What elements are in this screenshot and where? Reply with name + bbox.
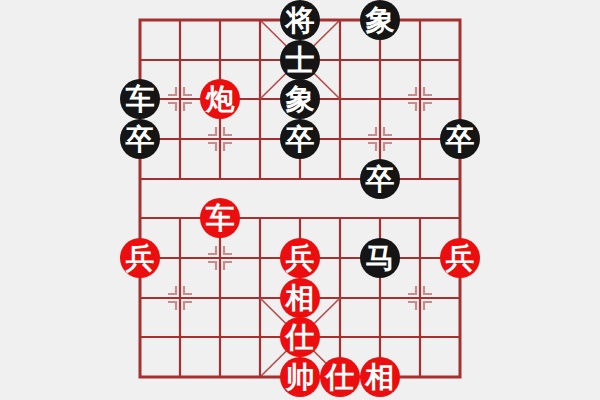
piece-black-elephant[interactable]: 象 xyxy=(360,0,400,40)
piece-black-horse[interactable]: 马 xyxy=(360,238,400,278)
piece-red-cannon[interactable]: 炮 xyxy=(200,79,240,119)
piece-red-soldier[interactable]: 兵 xyxy=(280,238,320,278)
xiangqi-board: 将象士车炮象卒卒卒卒车兵兵马兵相仕帅仕相 xyxy=(0,0,600,400)
pieces-layer: 将象士车炮象卒卒卒卒车兵兵马兵相仕帅仕相 xyxy=(0,0,600,400)
piece-black-chariot[interactable]: 车 xyxy=(120,79,160,119)
piece-red-elephant[interactable]: 相 xyxy=(280,278,320,318)
piece-black-soldier[interactable]: 卒 xyxy=(120,119,160,159)
piece-black-soldier[interactable]: 卒 xyxy=(440,119,480,159)
piece-black-elephant[interactable]: 象 xyxy=(280,79,320,119)
piece-black-advisor[interactable]: 士 xyxy=(280,40,320,80)
piece-red-chariot[interactable]: 车 xyxy=(200,198,240,238)
piece-red-elephant[interactable]: 相 xyxy=(360,357,400,397)
piece-black-soldier[interactable]: 卒 xyxy=(280,119,320,159)
piece-red-general[interactable]: 帅 xyxy=(280,357,320,397)
piece-black-soldier[interactable]: 卒 xyxy=(360,159,400,199)
piece-red-soldier[interactable]: 兵 xyxy=(120,238,160,278)
piece-red-advisor[interactable]: 仕 xyxy=(320,357,360,397)
piece-red-advisor[interactable]: 仕 xyxy=(280,317,320,357)
piece-red-soldier[interactable]: 兵 xyxy=(440,238,480,278)
piece-black-general[interactable]: 将 xyxy=(280,0,320,40)
